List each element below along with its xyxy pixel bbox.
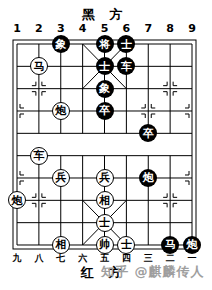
piece-red-cannon: 炮	[8, 191, 26, 209]
piece-red-soldier: 兵	[96, 169, 114, 187]
piece-black-elephant: 象	[52, 35, 70, 53]
watermark: 知乎 @麒麟传人	[101, 263, 205, 281]
piece-black-cannon: 炮	[139, 169, 157, 187]
piece-black-chariot: 车	[117, 57, 135, 75]
piece-black-soldier: 卒	[96, 102, 114, 120]
piece-black-soldier: 卒	[139, 124, 157, 142]
piece-black-general: 将	[96, 35, 114, 53]
piece-red-elephant: 相	[96, 191, 114, 209]
piece-black-elephant: 象	[96, 80, 114, 98]
piece-red-cannon: 炮	[52, 102, 70, 120]
piece-black-advisor: 士	[96, 57, 114, 75]
piece-red-advisor: 士	[96, 214, 114, 232]
piece-black-advisor: 士	[117, 35, 135, 53]
piece-red-chariot: 车	[30, 147, 48, 165]
xiangqi-diagram: 黑 方 123456789 象将士马士车象炮卒卒车兵兵炮炮相士相帅士马炮 九八七…	[0, 0, 212, 290]
pieces-layer: 象将士马士车象炮卒卒车兵兵炮炮相士相帅士马炮	[0, 0, 212, 290]
piece-red-horse: 马	[30, 57, 48, 75]
piece-red-soldier: 兵	[52, 169, 70, 187]
